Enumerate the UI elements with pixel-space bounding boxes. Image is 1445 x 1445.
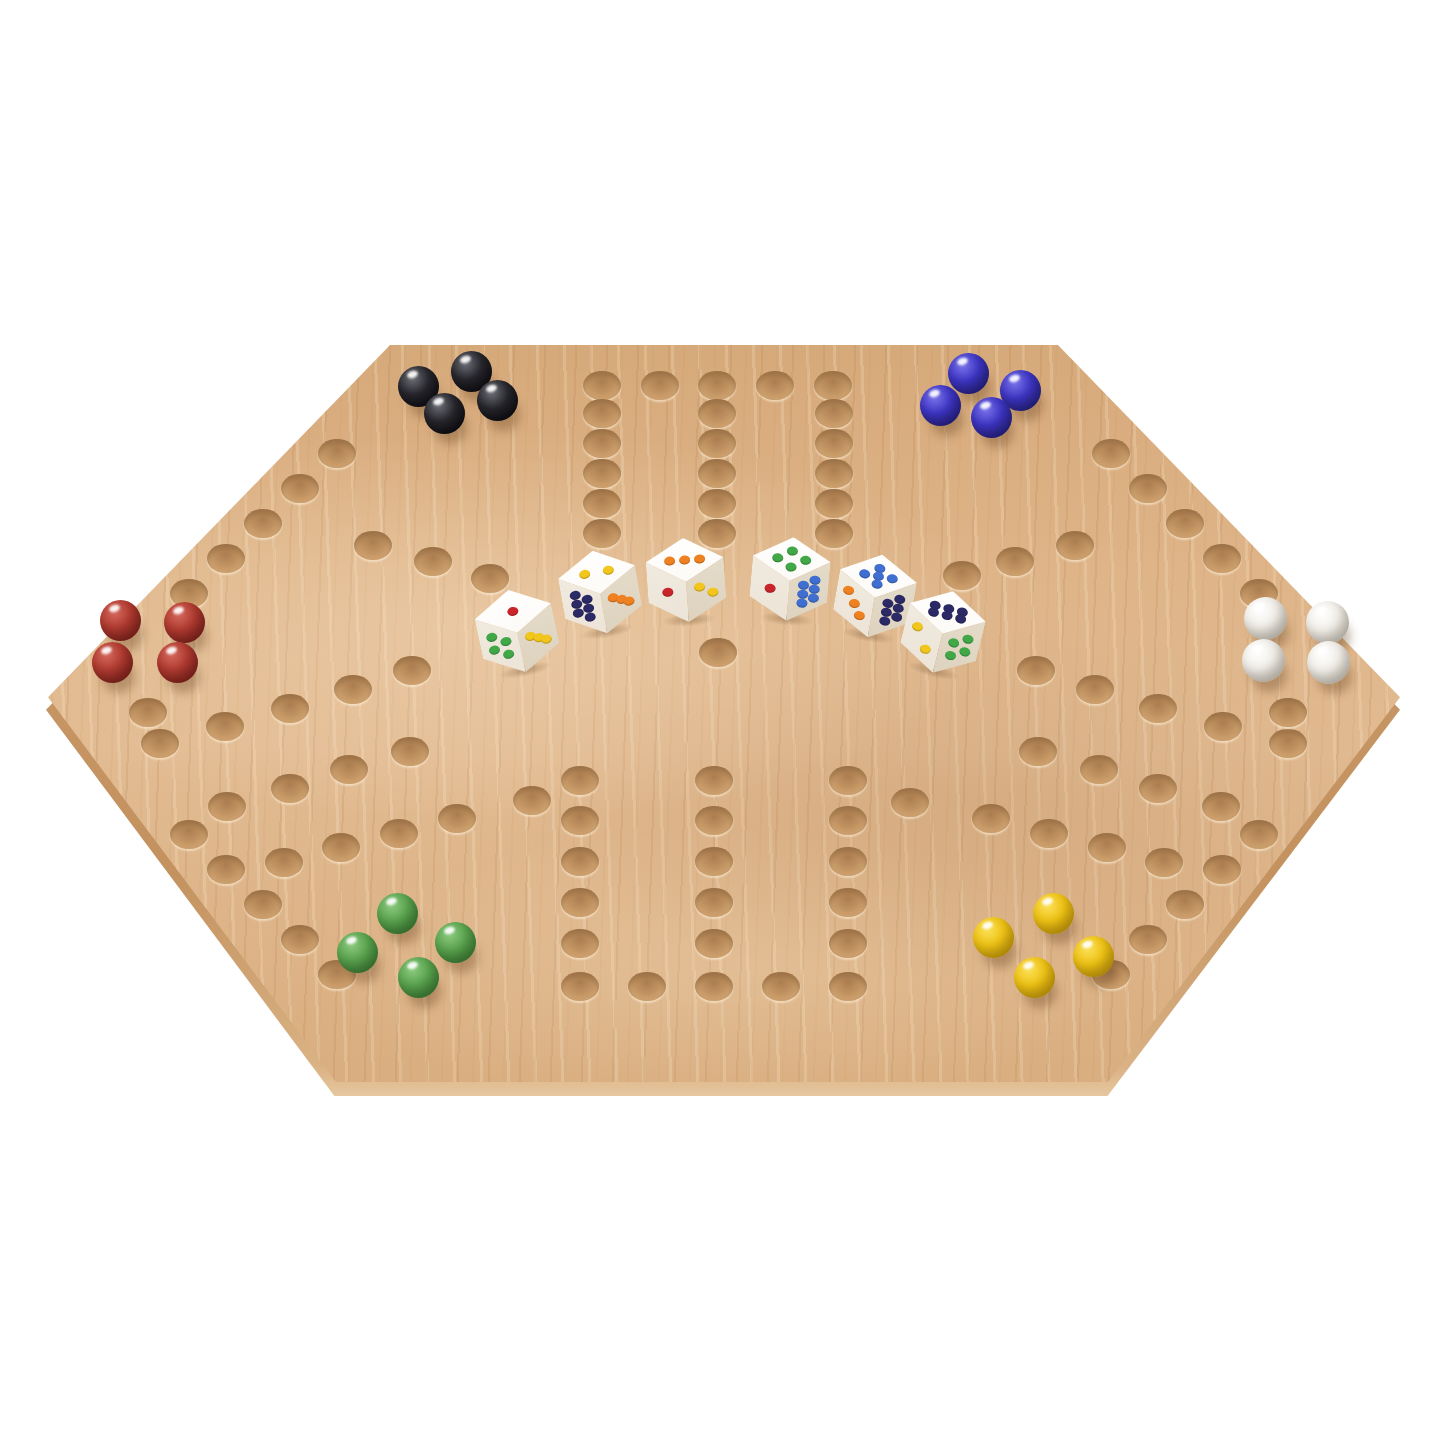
die-pip-orange	[679, 555, 691, 565]
die-pip-yellow	[540, 634, 553, 645]
die-2-showing-2[interactable]	[554, 544, 645, 640]
scene	[0, 0, 1445, 1445]
die-pip-navy	[584, 612, 596, 623]
die-pip-yellow	[911, 621, 924, 632]
die-pip-blue	[809, 575, 821, 585]
die-pip-yellow	[694, 582, 706, 592]
die-pip-orange	[694, 554, 706, 564]
die-pip-yellow	[919, 644, 932, 655]
die-pip-blue	[886, 573, 898, 584]
die-pip-orange	[623, 596, 635, 607]
die-pip-red	[506, 606, 519, 617]
die-pip-green	[486, 632, 499, 643]
die-pip-blue	[797, 580, 809, 590]
die-pip-orange	[843, 585, 855, 596]
die-pip-blue	[808, 593, 820, 603]
die-pip-yellow	[707, 587, 719, 597]
die-pip-yellow	[578, 569, 590, 580]
die-pip-green	[944, 650, 957, 661]
die-pip-green	[961, 633, 974, 644]
die-pip-yellow	[603, 565, 615, 576]
die-pip-navy	[878, 616, 890, 627]
die-pip-green	[785, 562, 797, 572]
dice-layer	[0, 0, 1445, 1445]
die-pip-green	[488, 644, 501, 655]
die-pip-navy	[891, 611, 903, 622]
die-pip-blue	[859, 568, 871, 579]
die-1-showing-1[interactable]	[470, 582, 564, 680]
die-pip-green	[947, 637, 960, 648]
die-pip-blue	[797, 589, 809, 599]
die-pip-orange	[853, 611, 865, 622]
die-3-showing-3[interactable]	[644, 535, 728, 624]
die-pip-green	[787, 546, 799, 556]
die-pip-red	[764, 583, 776, 593]
die-pip-navy	[572, 607, 584, 618]
die-pip-orange	[848, 598, 860, 609]
die-pip-green	[800, 555, 812, 565]
die-4-showing-4[interactable]	[747, 534, 832, 624]
die-pip-blue	[796, 598, 808, 608]
die-pip-green	[772, 553, 784, 563]
die-pip-green	[502, 649, 515, 660]
die-pip-red	[662, 587, 674, 597]
die-pip-orange	[664, 556, 676, 566]
die-pip-green	[499, 636, 512, 647]
die-pip-green	[958, 646, 971, 657]
